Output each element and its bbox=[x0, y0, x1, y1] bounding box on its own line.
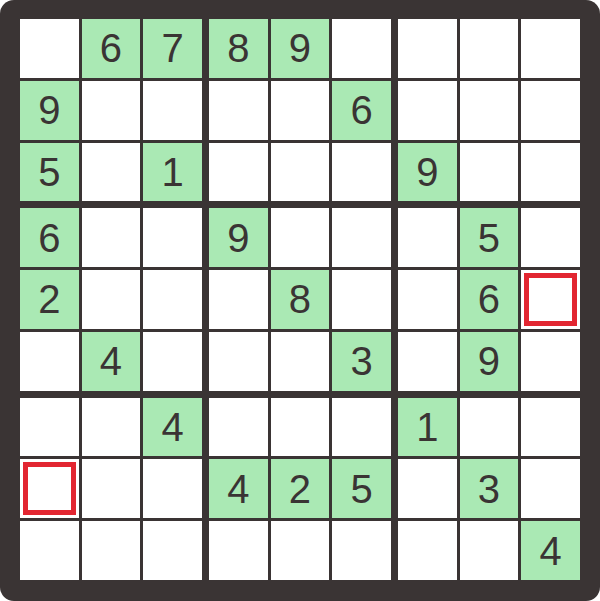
cell-r4c4: 9 bbox=[209, 208, 268, 267]
cell-r6c2: 4 bbox=[82, 332, 141, 391]
cell-r8c2[interactable] bbox=[82, 459, 141, 518]
cell-r5c1: 2 bbox=[20, 270, 79, 329]
cell-r9c4[interactable] bbox=[209, 521, 268, 580]
box-3: 9 bbox=[398, 19, 580, 201]
cell-r3c1: 5 bbox=[20, 143, 79, 202]
box-1: 67951 bbox=[20, 19, 202, 201]
cell-r2c9[interactable] bbox=[521, 81, 580, 140]
cell-r7c3: 4 bbox=[143, 398, 202, 457]
cell-r9c9: 4 bbox=[521, 521, 580, 580]
box-6: 569 bbox=[398, 208, 580, 390]
cell-r6c3[interactable] bbox=[143, 332, 202, 391]
cell-r8c9[interactable] bbox=[521, 459, 580, 518]
cell-r4c3[interactable] bbox=[143, 208, 202, 267]
cell-r2c8[interactable] bbox=[460, 81, 519, 140]
cell-r1c1[interactable] bbox=[20, 19, 79, 78]
cell-r8c3[interactable] bbox=[143, 459, 202, 518]
cell-r9c6[interactable] bbox=[332, 521, 391, 580]
cell-r4c9[interactable] bbox=[521, 208, 580, 267]
cell-r2c7[interactable] bbox=[398, 81, 457, 140]
cell-r1c7[interactable] bbox=[398, 19, 457, 78]
cell-r7c7: 1 bbox=[398, 398, 457, 457]
cell-r8c6: 5 bbox=[332, 459, 391, 518]
cell-r3c7: 9 bbox=[398, 143, 457, 202]
cell-r7c2[interactable] bbox=[82, 398, 141, 457]
cell-r7c5[interactable] bbox=[271, 398, 330, 457]
cell-r1c6[interactable] bbox=[332, 19, 391, 78]
cell-r3c4[interactable] bbox=[209, 143, 268, 202]
cell-r2c4[interactable] bbox=[209, 81, 268, 140]
box-4: 624 bbox=[20, 208, 202, 390]
cell-r3c2[interactable] bbox=[82, 143, 141, 202]
box-2: 896 bbox=[209, 19, 391, 201]
cell-r2c6: 6 bbox=[332, 81, 391, 140]
cell-r5c3[interactable] bbox=[143, 270, 202, 329]
cell-r6c6: 3 bbox=[332, 332, 391, 391]
cell-r8c4: 4 bbox=[209, 459, 268, 518]
cell-r4c6[interactable] bbox=[332, 208, 391, 267]
cell-r3c3: 1 bbox=[143, 143, 202, 202]
box-9: 134 bbox=[398, 398, 580, 580]
cell-r1c5: 9 bbox=[271, 19, 330, 78]
cell-r6c5[interactable] bbox=[271, 332, 330, 391]
cell-r3c5[interactable] bbox=[271, 143, 330, 202]
cell-r3c6[interactable] bbox=[332, 143, 391, 202]
cell-r7c6[interactable] bbox=[332, 398, 391, 457]
cell-r1c3: 7 bbox=[143, 19, 202, 78]
cell-r3c9[interactable] bbox=[521, 143, 580, 202]
cell-r5c6[interactable] bbox=[332, 270, 391, 329]
cell-r7c4[interactable] bbox=[209, 398, 268, 457]
cell-r9c5[interactable] bbox=[271, 521, 330, 580]
cell-r8c8: 3 bbox=[460, 459, 519, 518]
cell-r2c2[interactable] bbox=[82, 81, 141, 140]
cell-r6c7[interactable] bbox=[398, 332, 457, 391]
cell-r9c8[interactable] bbox=[460, 521, 519, 580]
cell-r4c5[interactable] bbox=[271, 208, 330, 267]
box-5: 983 bbox=[209, 208, 391, 390]
cell-r5c5: 8 bbox=[271, 270, 330, 329]
cell-r4c1: 6 bbox=[20, 208, 79, 267]
cell-r1c4: 8 bbox=[209, 19, 268, 78]
box-8: 425 bbox=[209, 398, 391, 580]
cell-r8c1-highlighted[interactable] bbox=[20, 459, 79, 518]
cell-r9c2[interactable] bbox=[82, 521, 141, 580]
cell-r2c3[interactable] bbox=[143, 81, 202, 140]
cell-r6c8: 9 bbox=[460, 332, 519, 391]
cell-r9c3[interactable] bbox=[143, 521, 202, 580]
cell-r5c2[interactable] bbox=[82, 270, 141, 329]
cell-r2c5[interactable] bbox=[271, 81, 330, 140]
cell-r9c7[interactable] bbox=[398, 521, 457, 580]
cell-r7c9[interactable] bbox=[521, 398, 580, 457]
cell-r3c8[interactable] bbox=[460, 143, 519, 202]
cell-r2c1: 9 bbox=[20, 81, 79, 140]
cell-r4c2[interactable] bbox=[82, 208, 141, 267]
sudoku-board: 67951 896 9 624 983 569 4 425 134 bbox=[0, 0, 600, 601]
cell-r1c8[interactable] bbox=[460, 19, 519, 78]
sudoku-grid: 67951 896 9 624 983 569 4 425 134 bbox=[20, 19, 580, 580]
cell-r5c8: 6 bbox=[460, 270, 519, 329]
cell-r8c7[interactable] bbox=[398, 459, 457, 518]
cell-r6c9[interactable] bbox=[521, 332, 580, 391]
cell-r8c5: 2 bbox=[271, 459, 330, 518]
cell-r5c9-highlighted[interactable] bbox=[521, 270, 580, 329]
cell-r7c8[interactable] bbox=[460, 398, 519, 457]
cell-r6c4[interactable] bbox=[209, 332, 268, 391]
cell-r1c2: 6 bbox=[82, 19, 141, 78]
cell-r6c1[interactable] bbox=[20, 332, 79, 391]
cell-r4c7[interactable] bbox=[398, 208, 457, 267]
cell-r4c8: 5 bbox=[460, 208, 519, 267]
cell-r7c1[interactable] bbox=[20, 398, 79, 457]
cell-r5c7[interactable] bbox=[398, 270, 457, 329]
cell-r9c1[interactable] bbox=[20, 521, 79, 580]
cell-r5c4[interactable] bbox=[209, 270, 268, 329]
cell-r1c9[interactable] bbox=[521, 19, 580, 78]
box-7: 4 bbox=[20, 398, 202, 580]
